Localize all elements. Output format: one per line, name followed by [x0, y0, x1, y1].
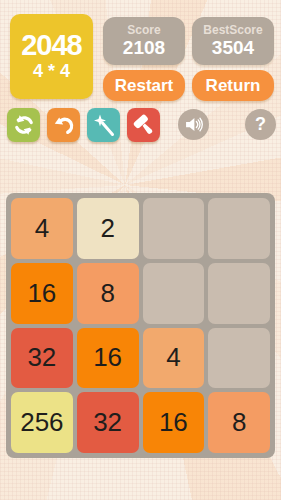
empty-cell [143, 263, 205, 324]
sound-button[interactable] [178, 109, 209, 140]
app-logo: 2048 4 * 4 [10, 14, 93, 99]
logo-title: 2048 [21, 31, 82, 60]
tile-8: 8 [77, 263, 139, 324]
tile-16: 16 [77, 328, 139, 389]
speaker-icon [183, 114, 204, 135]
return-button[interactable]: Return [192, 70, 274, 101]
question-mark-icon: ? [255, 114, 266, 135]
2048-app: 2048 4 * 4 Score 2108 BestScore 3504 Res… [0, 0, 281, 500]
game-board[interactable]: 421683216425632168 [6, 193, 275, 458]
best-score-value: 3504 [212, 38, 254, 59]
tile-256: 256 [11, 392, 73, 453]
score-value: 2108 [123, 38, 165, 59]
magic-wand-button[interactable] [87, 108, 120, 142]
hammer-icon [132, 113, 156, 137]
empty-cell [208, 328, 270, 389]
tile-4: 4 [11, 198, 73, 259]
tile-32: 32 [77, 392, 139, 453]
tile-32: 32 [11, 328, 73, 389]
refresh-icon [12, 113, 36, 137]
tile-8: 8 [208, 392, 270, 453]
hammer-button[interactable] [127, 108, 160, 142]
empty-cell [143, 198, 205, 259]
tile-16: 16 [143, 392, 205, 453]
best-score-label: BestScore [203, 23, 262, 39]
restart-button[interactable]: Restart [103, 70, 185, 101]
magic-wand-icon [92, 113, 116, 137]
tile-4: 4 [143, 328, 205, 389]
undo-button[interactable] [47, 108, 80, 142]
empty-cell [208, 263, 270, 324]
score-label: Score [127, 23, 160, 39]
undo-icon [52, 113, 76, 137]
tile-2: 2 [77, 198, 139, 259]
empty-cell [208, 198, 270, 259]
best-score-box: BestScore 3504 [192, 17, 274, 65]
refresh-button[interactable] [7, 108, 40, 142]
logo-grid-size: 4 * 4 [33, 61, 70, 83]
score-box: Score 2108 [103, 17, 185, 65]
help-button[interactable]: ? [245, 109, 276, 140]
tile-16: 16 [11, 263, 73, 324]
